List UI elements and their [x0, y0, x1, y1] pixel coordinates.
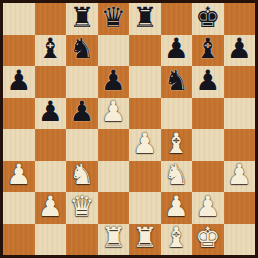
square-d6[interactable]: ♟	[98, 66, 130, 98]
square-f4[interactable]: ♝	[161, 129, 193, 161]
square-f2[interactable]: ♟	[161, 192, 193, 224]
square-h7[interactable]: ♟	[224, 35, 256, 67]
square-g2[interactable]: ♟	[192, 192, 224, 224]
square-e2[interactable]	[129, 192, 161, 224]
square-h3[interactable]: ♟	[224, 161, 256, 193]
black-queen-piece[interactable]: ♛	[101, 4, 126, 32]
square-g1[interactable]: ♚	[192, 224, 224, 256]
white-pawn-piece[interactable]: ♟	[227, 161, 252, 189]
square-d4[interactable]	[98, 129, 130, 161]
black-pawn-piece[interactable]: ♟	[69, 98, 94, 126]
white-pawn-piece[interactable]: ♟	[6, 161, 31, 189]
square-a1[interactable]	[3, 224, 35, 256]
square-f6[interactable]: ♞	[161, 66, 193, 98]
white-knight-piece[interactable]: ♞	[164, 161, 189, 189]
square-a8[interactable]	[3, 3, 35, 35]
square-c2[interactable]: ♛	[66, 192, 98, 224]
white-pawn-piece[interactable]: ♟	[132, 130, 157, 158]
square-c1[interactable]	[66, 224, 98, 256]
black-pawn-piece[interactable]: ♟	[101, 67, 126, 95]
square-b6[interactable]	[35, 66, 67, 98]
square-d2[interactable]	[98, 192, 130, 224]
square-f1[interactable]: ♝	[161, 224, 193, 256]
square-f8[interactable]	[161, 3, 193, 35]
square-h1[interactable]	[224, 224, 256, 256]
square-b7[interactable]: ♝	[35, 35, 67, 67]
white-rook-piece[interactable]: ♜	[101, 224, 126, 252]
square-g6[interactable]: ♟	[192, 66, 224, 98]
chess-board-frame: ♜♛♜♚♝♞♟♝♟♟♟♞♟♟♟♟♟♝♟♞♞♟♟♛♟♟♜♜♝♚	[0, 0, 258, 258]
square-e1[interactable]: ♜	[129, 224, 161, 256]
square-h6[interactable]	[224, 66, 256, 98]
black-knight-piece[interactable]: ♞	[164, 67, 189, 95]
square-e6[interactable]	[129, 66, 161, 98]
square-b1[interactable]	[35, 224, 67, 256]
square-h8[interactable]	[224, 3, 256, 35]
square-b2[interactable]: ♟	[35, 192, 67, 224]
square-h5[interactable]	[224, 98, 256, 130]
square-e7[interactable]	[129, 35, 161, 67]
black-knight-piece[interactable]: ♞	[69, 35, 94, 63]
black-rook-piece[interactable]: ♜	[132, 4, 157, 32]
square-c3[interactable]: ♞	[66, 161, 98, 193]
square-a2[interactable]	[3, 192, 35, 224]
square-c8[interactable]: ♜	[66, 3, 98, 35]
white-pawn-piece[interactable]: ♟	[195, 193, 220, 221]
square-a7[interactable]	[3, 35, 35, 67]
square-c5[interactable]: ♟	[66, 98, 98, 130]
black-pawn-piece[interactable]: ♟	[164, 35, 189, 63]
black-pawn-piece[interactable]: ♟	[6, 67, 31, 95]
black-bishop-piece[interactable]: ♝	[38, 35, 63, 63]
square-b3[interactable]	[35, 161, 67, 193]
square-h2[interactable]	[224, 192, 256, 224]
white-bishop-piece[interactable]: ♝	[164, 224, 189, 252]
square-b5[interactable]: ♟	[35, 98, 67, 130]
square-f3[interactable]: ♞	[161, 161, 193, 193]
square-b8[interactable]	[35, 3, 67, 35]
black-pawn-piece[interactable]: ♟	[227, 35, 252, 63]
white-queen-piece[interactable]: ♛	[69, 193, 94, 221]
white-pawn-piece[interactable]: ♟	[38, 193, 63, 221]
white-pawn-piece[interactable]: ♟	[101, 98, 126, 126]
black-pawn-piece[interactable]: ♟	[38, 98, 63, 126]
square-g4[interactable]	[192, 129, 224, 161]
square-d1[interactable]: ♜	[98, 224, 130, 256]
square-g7[interactable]: ♝	[192, 35, 224, 67]
square-d5[interactable]: ♟	[98, 98, 130, 130]
square-e4[interactable]: ♟	[129, 129, 161, 161]
square-g3[interactable]	[192, 161, 224, 193]
square-g5[interactable]	[192, 98, 224, 130]
square-f5[interactable]	[161, 98, 193, 130]
white-bishop-piece[interactable]: ♝	[164, 130, 189, 158]
black-pawn-piece[interactable]: ♟	[195, 67, 220, 95]
black-king-piece[interactable]: ♚	[195, 4, 220, 32]
square-d8[interactable]: ♛	[98, 3, 130, 35]
chess-board: ♜♛♜♚♝♞♟♝♟♟♟♞♟♟♟♟♟♝♟♞♞♟♟♛♟♟♜♜♝♚	[0, 0, 258, 258]
square-a6[interactable]: ♟	[3, 66, 35, 98]
white-knight-piece[interactable]: ♞	[69, 161, 94, 189]
square-h4[interactable]	[224, 129, 256, 161]
white-rook-piece[interactable]: ♜	[132, 224, 157, 252]
square-a3[interactable]: ♟	[3, 161, 35, 193]
square-b4[interactable]	[35, 129, 67, 161]
black-bishop-piece[interactable]: ♝	[195, 35, 220, 63]
square-d3[interactable]	[98, 161, 130, 193]
square-e8[interactable]: ♜	[129, 3, 161, 35]
square-c7[interactable]: ♞	[66, 35, 98, 67]
square-c6[interactable]	[66, 66, 98, 98]
black-rook-piece[interactable]: ♜	[69, 4, 94, 32]
square-d7[interactable]	[98, 35, 130, 67]
white-king-piece[interactable]: ♚	[195, 224, 220, 252]
square-a5[interactable]	[3, 98, 35, 130]
square-c4[interactable]	[66, 129, 98, 161]
square-e3[interactable]	[129, 161, 161, 193]
square-f7[interactable]: ♟	[161, 35, 193, 67]
square-a4[interactable]	[3, 129, 35, 161]
square-e5[interactable]	[129, 98, 161, 130]
square-g8[interactable]: ♚	[192, 3, 224, 35]
white-pawn-piece[interactable]: ♟	[164, 193, 189, 221]
